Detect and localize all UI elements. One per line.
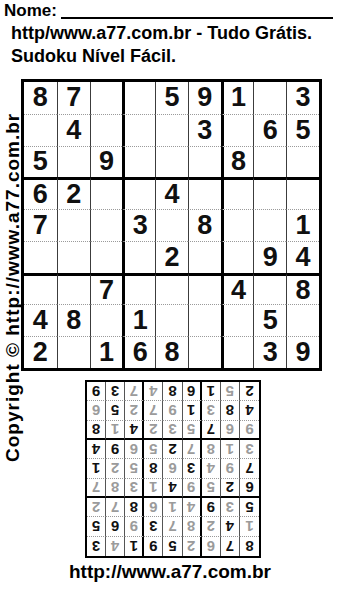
answer-cell-r6c9: 4 bbox=[87, 440, 106, 459]
main-cell-r3c6 bbox=[188, 146, 221, 178]
answer-cell-r9c3: 1 bbox=[202, 382, 221, 401]
main-cell-r4c4 bbox=[122, 177, 155, 209]
answer-cell-r8c5: 9 bbox=[163, 401, 182, 420]
main-cell-r4c1: 6 bbox=[24, 177, 57, 209]
answer-cell-r1c2: 7 bbox=[221, 537, 240, 556]
answer-cell-r2c7: 9 bbox=[125, 517, 144, 536]
main-cell-r8c8: 5 bbox=[253, 304, 286, 336]
answer-cell-r1c1: 8 bbox=[240, 537, 259, 556]
main-cell-r8c7 bbox=[221, 304, 254, 336]
answer-cell-r3c4: 4 bbox=[183, 498, 202, 517]
main-cell-r2c1 bbox=[24, 114, 57, 146]
main-cell-r1c8 bbox=[253, 82, 286, 114]
answer-cell-r3c8: 7 bbox=[106, 498, 125, 517]
main-cell-r7c1 bbox=[24, 273, 57, 305]
answer-cell-r7c4: 5 bbox=[183, 421, 202, 440]
answer-cell-r9c2: 5 bbox=[221, 382, 240, 401]
main-cell-r8c3 bbox=[90, 304, 123, 336]
main-cell-r9c5: 8 bbox=[155, 336, 188, 368]
answer-cell-r2c4: 8 bbox=[183, 517, 202, 536]
main-cell-r5c8 bbox=[253, 209, 286, 241]
answer-cell-r4c2: 2 bbox=[221, 479, 240, 498]
main-cell-r9c9: 9 bbox=[286, 336, 319, 368]
main-cell-r6c8: 9 bbox=[253, 241, 286, 273]
main-sudoku-grid: 875913436559862473812947484815216839 bbox=[21, 79, 322, 371]
name-write-in-line bbox=[61, 0, 333, 19]
answer-cell-r8c8: 5 bbox=[106, 401, 125, 420]
main-cell-r1c4 bbox=[122, 82, 155, 114]
main-cell-r9c7 bbox=[221, 336, 254, 368]
answer-cell-r6c8: 9 bbox=[106, 440, 125, 459]
answer-cell-r2c1: 1 bbox=[240, 517, 259, 536]
main-cell-r7c8 bbox=[253, 273, 286, 305]
answer-cell-r3c6: 6 bbox=[144, 498, 163, 517]
answer-cell-r5c4: 3 bbox=[183, 459, 202, 478]
answer-cell-r5c7: 5 bbox=[125, 459, 144, 478]
main-cell-r2c5 bbox=[155, 114, 188, 146]
answer-cell-r9c7: 7 bbox=[125, 382, 144, 401]
answer-cell-r4c7: 3 bbox=[125, 479, 144, 498]
main-cell-r7c6 bbox=[188, 273, 221, 305]
main-cell-r1c1: 8 bbox=[24, 82, 57, 114]
main-cell-r8c6 bbox=[188, 304, 221, 336]
main-cell-r4c9 bbox=[286, 177, 319, 209]
main-cell-r7c7: 4 bbox=[221, 273, 254, 305]
answer-cell-r1c3: 6 bbox=[202, 537, 221, 556]
main-cell-r5c1: 7 bbox=[24, 209, 57, 241]
answer-cell-r5c2: 9 bbox=[221, 459, 240, 478]
main-cell-r8c4: 1 bbox=[122, 304, 155, 336]
main-cell-r4c2: 2 bbox=[57, 177, 90, 209]
main-cell-r8c5 bbox=[155, 304, 188, 336]
answer-cell-r4c1: 6 bbox=[240, 479, 259, 498]
main-cell-r5c6: 8 bbox=[188, 209, 221, 241]
main-cell-r3c8 bbox=[253, 146, 286, 178]
main-cell-r6c4 bbox=[122, 241, 155, 273]
answer-cell-r8c9: 6 bbox=[87, 401, 106, 420]
main-cell-r3c9 bbox=[286, 146, 319, 178]
name-label: Nome: bbox=[4, 1, 57, 21]
answer-cell-r7c7: 4 bbox=[125, 421, 144, 440]
answer-cell-r6c2: 1 bbox=[221, 440, 240, 459]
answer-cell-r1c8: 4 bbox=[106, 537, 125, 556]
main-cell-r6c9: 4 bbox=[286, 241, 319, 273]
main-cell-r3c2 bbox=[57, 146, 90, 178]
answer-cell-r5c6: 8 bbox=[144, 459, 163, 478]
answer-cell-r9c5: 8 bbox=[163, 382, 182, 401]
answer-cell-r5c8: 2 bbox=[106, 459, 125, 478]
answer-cell-r2c5: 7 bbox=[163, 517, 182, 536]
answer-cell-r4c4: 9 bbox=[183, 479, 202, 498]
answer-cell-r3c9: 2 bbox=[87, 498, 106, 517]
main-cell-r2c2: 4 bbox=[57, 114, 90, 146]
answer-sudoku-grid: 8762591431428739655394168726259413877943… bbox=[85, 380, 261, 558]
main-cell-r6c5: 2 bbox=[155, 241, 188, 273]
main-cell-r9c8: 3 bbox=[253, 336, 286, 368]
main-cell-r8c9 bbox=[286, 304, 319, 336]
answer-cell-r4c9: 7 bbox=[87, 479, 106, 498]
answer-cell-r8c2: 8 bbox=[221, 401, 240, 420]
main-cell-r9c6 bbox=[188, 336, 221, 368]
answer-cell-r5c5: 6 bbox=[163, 459, 182, 478]
answer-cell-r9c1: 2 bbox=[240, 382, 259, 401]
answer-cell-r8c3: 3 bbox=[202, 401, 221, 420]
answer-cell-r8c7: 2 bbox=[125, 401, 144, 420]
main-cell-r6c2 bbox=[57, 241, 90, 273]
main-cell-r2c3 bbox=[90, 114, 123, 146]
answer-cell-r4c3: 5 bbox=[202, 479, 221, 498]
answer-cell-r7c6: 2 bbox=[144, 421, 163, 440]
answer-cell-r2c2: 4 bbox=[221, 517, 240, 536]
main-cell-r7c2 bbox=[57, 273, 90, 305]
answer-cell-r4c8: 8 bbox=[106, 479, 125, 498]
answer-cell-r7c2: 6 bbox=[221, 421, 240, 440]
answer-cell-r7c9: 8 bbox=[87, 421, 106, 440]
answer-cell-r3c7: 8 bbox=[125, 498, 144, 517]
answer-cell-r3c1: 5 bbox=[240, 498, 259, 517]
main-cell-r4c3 bbox=[90, 177, 123, 209]
main-cell-r7c9: 8 bbox=[286, 273, 319, 305]
answer-cell-r7c8: 1 bbox=[106, 421, 125, 440]
main-cell-r1c6: 9 bbox=[188, 82, 221, 114]
footer-url: http://www.a77.com.br bbox=[0, 561, 340, 583]
main-cell-r2c6: 3 bbox=[188, 114, 221, 146]
main-cell-r5c4: 3 bbox=[122, 209, 155, 241]
main-cell-r8c2: 8 bbox=[57, 304, 90, 336]
answer-cell-r1c9: 3 bbox=[87, 537, 106, 556]
answer-cell-r8c6: 7 bbox=[144, 401, 163, 420]
answer-cell-r4c5: 4 bbox=[163, 479, 182, 498]
answer-cell-r5c1: 7 bbox=[240, 459, 259, 478]
main-cell-r3c7: 8 bbox=[221, 146, 254, 178]
main-cell-r5c5 bbox=[155, 209, 188, 241]
answer-cell-r1c7: 1 bbox=[125, 537, 144, 556]
answer-cell-r1c4: 2 bbox=[183, 537, 202, 556]
answer-cell-r2c8: 6 bbox=[106, 517, 125, 536]
answer-cell-r2c9: 5 bbox=[87, 517, 106, 536]
main-cell-r9c1: 2 bbox=[24, 336, 57, 368]
main-cell-r4c8 bbox=[253, 177, 286, 209]
answer-cell-r1c5: 5 bbox=[163, 537, 182, 556]
main-cell-r7c5 bbox=[155, 273, 188, 305]
answer-cell-r2c6: 3 bbox=[144, 517, 163, 536]
sudoku-worksheet-page: Nome: http/www.a77.com.br - Tudo Grátis.… bbox=[0, 0, 340, 596]
answer-cell-r6c5: 2 bbox=[163, 440, 182, 459]
answer-cell-r5c3: 4 bbox=[202, 459, 221, 478]
main-cell-r5c3 bbox=[90, 209, 123, 241]
main-cell-r3c5 bbox=[155, 146, 188, 178]
answer-cell-r8c4: 1 bbox=[183, 401, 202, 420]
main-cell-r4c6 bbox=[188, 177, 221, 209]
main-cell-r1c9: 3 bbox=[286, 82, 319, 114]
answer-cell-r6c3: 8 bbox=[202, 440, 221, 459]
answer-cell-r9c4: 6 bbox=[183, 382, 202, 401]
answer-cell-r2c3: 2 bbox=[202, 517, 221, 536]
main-cell-r3c3: 9 bbox=[90, 146, 123, 178]
main-cell-r5c2 bbox=[57, 209, 90, 241]
main-cell-r3c1: 5 bbox=[24, 146, 57, 178]
main-cell-r1c5: 5 bbox=[155, 82, 188, 114]
answer-cell-r6c4: 7 bbox=[183, 440, 202, 459]
main-cell-r9c2 bbox=[57, 336, 90, 368]
answer-cell-r9c8: 3 bbox=[106, 382, 125, 401]
main-cell-r1c3 bbox=[90, 82, 123, 114]
answer-cell-r7c5: 3 bbox=[163, 421, 182, 440]
answer-cell-r3c2: 3 bbox=[221, 498, 240, 517]
main-cell-r2c7 bbox=[221, 114, 254, 146]
main-cell-r4c5: 4 bbox=[155, 177, 188, 209]
answer-cell-r3c3: 9 bbox=[202, 498, 221, 517]
answer-cell-r6c1: 3 bbox=[240, 440, 259, 459]
answer-cell-r3c5: 1 bbox=[163, 498, 182, 517]
answer-cell-r8c1: 4 bbox=[240, 401, 259, 420]
main-cell-r8c1: 4 bbox=[24, 304, 57, 336]
answer-cell-r6c7: 6 bbox=[125, 440, 144, 459]
main-cell-r9c4: 6 bbox=[122, 336, 155, 368]
answer-cell-r7c1: 9 bbox=[240, 421, 259, 440]
difficulty-line: Sudoku Nível Fácil. bbox=[11, 46, 176, 67]
answer-cell-r1c6: 9 bbox=[144, 537, 163, 556]
answer-cell-r7c3: 7 bbox=[202, 421, 221, 440]
answer-cell-r6c6: 5 bbox=[144, 440, 163, 459]
main-cell-r4c7 bbox=[221, 177, 254, 209]
main-cell-r1c2: 7 bbox=[57, 82, 90, 114]
main-cell-r2c9: 5 bbox=[286, 114, 319, 146]
main-cell-r3c4 bbox=[122, 146, 155, 178]
main-cell-r6c3 bbox=[90, 241, 123, 273]
main-cell-r5c7 bbox=[221, 209, 254, 241]
answer-cell-r4c6: 1 bbox=[144, 479, 163, 498]
main-cell-r6c7 bbox=[221, 241, 254, 273]
main-cell-r2c4 bbox=[122, 114, 155, 146]
main-cell-r9c3: 1 bbox=[90, 336, 123, 368]
answer-cell-r5c9: 1 bbox=[87, 459, 106, 478]
answer-cell-r9c9: 9 bbox=[87, 382, 106, 401]
main-cell-r7c3: 7 bbox=[90, 273, 123, 305]
main-cell-r6c1 bbox=[24, 241, 57, 273]
main-cell-r7c4 bbox=[122, 273, 155, 305]
main-cell-r2c8: 6 bbox=[253, 114, 286, 146]
main-cell-r5c9: 1 bbox=[286, 209, 319, 241]
site-title-line: http/www.a77.com.br - Tudo Grátis. bbox=[11, 23, 312, 44]
main-cell-r6c6 bbox=[188, 241, 221, 273]
main-cell-r1c7: 1 bbox=[221, 82, 254, 114]
answer-cell-r9c6: 4 bbox=[144, 382, 163, 401]
